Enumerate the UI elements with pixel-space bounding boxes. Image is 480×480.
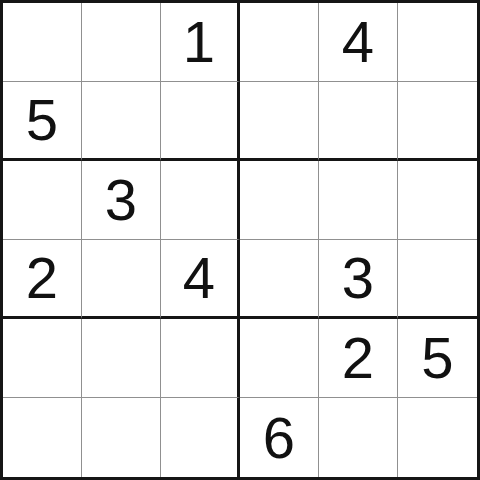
cell-r2c3[interactable]: [161, 82, 240, 161]
cell-r4c3: 4: [161, 240, 240, 319]
cell-r1c6[interactable]: [398, 3, 477, 82]
cell-r3c1[interactable]: [3, 161, 82, 240]
cell-r2c1: 5: [3, 82, 82, 161]
cell-r4c6[interactable]: [398, 240, 477, 319]
cell-r5c2[interactable]: [82, 319, 161, 398]
cell-r6c1[interactable]: [3, 398, 82, 477]
cell-r1c1[interactable]: [3, 3, 82, 82]
cell-r2c6[interactable]: [398, 82, 477, 161]
cell-r1c3: 1: [161, 3, 240, 82]
cell-r1c5: 4: [319, 3, 398, 82]
cell-r5c6: 5: [398, 319, 477, 398]
cell-r1c4[interactable]: [240, 3, 319, 82]
cell-r4c2[interactable]: [82, 240, 161, 319]
cell-r1c2[interactable]: [82, 3, 161, 82]
cell-r3c6[interactable]: [398, 161, 477, 240]
cell-r4c1: 2: [3, 240, 82, 319]
cell-r6c4: 6: [240, 398, 319, 477]
cell-r4c4[interactable]: [240, 240, 319, 319]
cell-r3c5[interactable]: [319, 161, 398, 240]
sudoku-board: 1453243256: [0, 0, 480, 480]
cell-r6c6[interactable]: [398, 398, 477, 477]
cell-r5c1[interactable]: [3, 319, 82, 398]
cell-r5c4[interactable]: [240, 319, 319, 398]
cell-r6c2[interactable]: [82, 398, 161, 477]
cell-r2c2[interactable]: [82, 82, 161, 161]
cell-r6c3[interactable]: [161, 398, 240, 477]
cell-r3c4[interactable]: [240, 161, 319, 240]
cell-r5c5: 2: [319, 319, 398, 398]
cell-r4c5: 3: [319, 240, 398, 319]
cell-r2c5[interactable]: [319, 82, 398, 161]
cell-r2c4[interactable]: [240, 82, 319, 161]
cell-r6c5[interactable]: [319, 398, 398, 477]
cell-r3c2: 3: [82, 161, 161, 240]
sudoku-page: 1453243256: [0, 0, 480, 480]
cell-r3c3[interactable]: [161, 161, 240, 240]
cell-r5c3[interactable]: [161, 319, 240, 398]
